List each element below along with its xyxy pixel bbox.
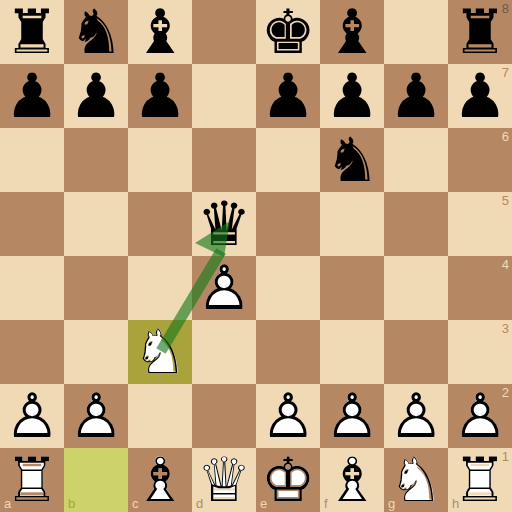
square-h2[interactable]: ♟♙ — [448, 384, 512, 448]
square-e5[interactable] — [256, 192, 320, 256]
square-d7[interactable] — [192, 64, 256, 128]
square-f7[interactable]: ♟ — [320, 64, 384, 128]
square-d1[interactable]: ♛♕ — [192, 448, 256, 512]
white-pawn[interactable]: ♟♙ — [448, 384, 512, 448]
square-h6[interactable] — [448, 128, 512, 192]
square-f3[interactable] — [320, 320, 384, 384]
square-c5[interactable] — [128, 192, 192, 256]
white-queen[interactable]: ♛♕ — [192, 448, 256, 512]
square-d2[interactable] — [192, 384, 256, 448]
square-c6[interactable] — [128, 128, 192, 192]
black-queen[interactable]: ♛ — [192, 192, 256, 256]
white-king[interactable]: ♚♔ — [256, 448, 320, 512]
black-rook[interactable]: ♜ — [448, 0, 512, 64]
square-g7[interactable]: ♟ — [384, 64, 448, 128]
white-pawn[interactable]: ♟♙ — [64, 384, 128, 448]
black-knight[interactable]: ♞ — [64, 0, 128, 64]
square-e3[interactable] — [256, 320, 320, 384]
square-d6[interactable] — [192, 128, 256, 192]
square-h4[interactable] — [448, 256, 512, 320]
white-pawn[interactable]: ♟♙ — [320, 384, 384, 448]
square-h1[interactable]: ♜♖ — [448, 448, 512, 512]
square-d5[interactable]: ♛ — [192, 192, 256, 256]
black-knight[interactable]: ♞ — [320, 128, 384, 192]
square-a6[interactable] — [0, 128, 64, 192]
black-pawn[interactable]: ♟ — [0, 64, 64, 128]
square-f2[interactable]: ♟♙ — [320, 384, 384, 448]
square-a7[interactable]: ♟ — [0, 64, 64, 128]
square-e7[interactable]: ♟ — [256, 64, 320, 128]
chess-board: ♜♞♝♚♝♜♟♟♟♟♟♟♟♞♛♟♙♞♘♟♙♟♙♟♙♟♙♟♙♟♙♜♖♝♗♛♕♚♔♝… — [0, 0, 512, 512]
square-c1[interactable]: ♝♗ — [128, 448, 192, 512]
square-b5[interactable] — [64, 192, 128, 256]
square-g3[interactable] — [384, 320, 448, 384]
square-f6[interactable]: ♞ — [320, 128, 384, 192]
square-c3[interactable]: ♞♘ — [128, 320, 192, 384]
black-bishop[interactable]: ♝ — [320, 0, 384, 64]
black-pawn[interactable]: ♟ — [64, 64, 128, 128]
square-a4[interactable] — [0, 256, 64, 320]
square-d3[interactable] — [192, 320, 256, 384]
square-b7[interactable]: ♟ — [64, 64, 128, 128]
square-d4[interactable]: ♟♙ — [192, 256, 256, 320]
square-c7[interactable]: ♟ — [128, 64, 192, 128]
black-pawn[interactable]: ♟ — [256, 64, 320, 128]
black-pawn[interactable]: ♟ — [448, 64, 512, 128]
square-h5[interactable] — [448, 192, 512, 256]
black-king[interactable]: ♚ — [256, 0, 320, 64]
black-pawn[interactable]: ♟ — [320, 64, 384, 128]
square-f5[interactable] — [320, 192, 384, 256]
white-knight[interactable]: ♞♘ — [384, 448, 448, 512]
black-bishop[interactable]: ♝ — [128, 0, 192, 64]
square-d8[interactable] — [192, 0, 256, 64]
square-a1[interactable]: ♜♖ — [0, 448, 64, 512]
white-rook[interactable]: ♜♖ — [0, 448, 64, 512]
square-c4[interactable] — [128, 256, 192, 320]
square-e2[interactable]: ♟♙ — [256, 384, 320, 448]
square-e4[interactable] — [256, 256, 320, 320]
square-b6[interactable] — [64, 128, 128, 192]
square-c2[interactable] — [128, 384, 192, 448]
square-e1[interactable]: ♚♔ — [256, 448, 320, 512]
square-a5[interactable] — [0, 192, 64, 256]
square-e6[interactable] — [256, 128, 320, 192]
white-bishop[interactable]: ♝♗ — [320, 448, 384, 512]
white-knight[interactable]: ♞♘ — [128, 320, 192, 384]
square-h7[interactable]: ♟ — [448, 64, 512, 128]
white-pawn[interactable]: ♟♙ — [256, 384, 320, 448]
black-pawn[interactable]: ♟ — [384, 64, 448, 128]
square-h8[interactable]: ♜ — [448, 0, 512, 64]
square-f1[interactable]: ♝♗ — [320, 448, 384, 512]
square-b4[interactable] — [64, 256, 128, 320]
square-h3[interactable] — [448, 320, 512, 384]
square-a8[interactable]: ♜ — [0, 0, 64, 64]
square-f4[interactable] — [320, 256, 384, 320]
square-e8[interactable]: ♚ — [256, 0, 320, 64]
square-c8[interactable]: ♝ — [128, 0, 192, 64]
square-a3[interactable] — [0, 320, 64, 384]
square-g8[interactable] — [384, 0, 448, 64]
black-pawn[interactable]: ♟ — [128, 64, 192, 128]
black-rook[interactable]: ♜ — [0, 0, 64, 64]
white-pawn[interactable]: ♟♙ — [0, 384, 64, 448]
square-b8[interactable]: ♞ — [64, 0, 128, 64]
square-a2[interactable]: ♟♙ — [0, 384, 64, 448]
square-g6[interactable] — [384, 128, 448, 192]
white-rook[interactable]: ♜♖ — [448, 448, 512, 512]
square-f8[interactable]: ♝ — [320, 0, 384, 64]
white-pawn[interactable]: ♟♙ — [192, 256, 256, 320]
square-g5[interactable] — [384, 192, 448, 256]
square-b1[interactable] — [64, 448, 128, 512]
square-g2[interactable]: ♟♙ — [384, 384, 448, 448]
square-b2[interactable]: ♟♙ — [64, 384, 128, 448]
white-bishop[interactable]: ♝♗ — [128, 448, 192, 512]
square-b3[interactable] — [64, 320, 128, 384]
white-pawn[interactable]: ♟♙ — [384, 384, 448, 448]
square-g4[interactable] — [384, 256, 448, 320]
square-g1[interactable]: ♞♘ — [384, 448, 448, 512]
